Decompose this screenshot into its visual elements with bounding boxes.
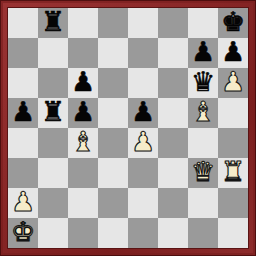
square-h7[interactable]: ♟ <box>218 38 248 68</box>
piece-white-pawn[interactable]: ♟ <box>11 188 35 217</box>
square-c4[interactable]: ♝ <box>68 128 98 158</box>
piece-white-bishop[interactable]: ♝ <box>191 98 215 127</box>
square-e6[interactable] <box>128 68 158 98</box>
piece-black-pawn[interactable]: ♟ <box>191 38 215 67</box>
piece-white-pawn[interactable]: ♟ <box>221 68 245 97</box>
square-g4[interactable] <box>188 128 218 158</box>
square-e7[interactable] <box>128 38 158 68</box>
square-f4[interactable] <box>158 128 188 158</box>
square-h3[interactable]: ♜ <box>218 158 248 188</box>
piece-white-king[interactable]: ♚ <box>11 218 35 247</box>
square-g3[interactable]: ♛ <box>188 158 218 188</box>
piece-black-pawn[interactable]: ♟ <box>221 38 245 67</box>
square-d1[interactable] <box>98 218 128 248</box>
square-a6[interactable] <box>8 68 38 98</box>
square-a8[interactable] <box>8 8 38 38</box>
piece-black-rook[interactable]: ♜ <box>41 98 65 127</box>
square-h8[interactable]: ♚ <box>218 8 248 38</box>
piece-black-king[interactable]: ♚ <box>221 8 245 37</box>
square-g5[interactable]: ♝ <box>188 98 218 128</box>
square-d7[interactable] <box>98 38 128 68</box>
square-g8[interactable] <box>188 8 218 38</box>
square-c6[interactable]: ♟ <box>68 68 98 98</box>
piece-black-pawn[interactable]: ♟ <box>131 98 155 127</box>
square-e2[interactable] <box>128 188 158 218</box>
square-c3[interactable] <box>68 158 98 188</box>
square-f5[interactable] <box>158 98 188 128</box>
square-h2[interactable] <box>218 188 248 218</box>
square-f6[interactable] <box>158 68 188 98</box>
square-b2[interactable] <box>38 188 68 218</box>
square-g7[interactable]: ♟ <box>188 38 218 68</box>
square-d6[interactable] <box>98 68 128 98</box>
piece-white-rook[interactable]: ♜ <box>221 158 245 187</box>
square-d5[interactable] <box>98 98 128 128</box>
square-b7[interactable] <box>38 38 68 68</box>
square-h6[interactable]: ♟ <box>218 68 248 98</box>
square-h4[interactable] <box>218 128 248 158</box>
square-f3[interactable] <box>158 158 188 188</box>
square-f7[interactable] <box>158 38 188 68</box>
square-b5[interactable]: ♜ <box>38 98 68 128</box>
square-a5[interactable]: ♟ <box>8 98 38 128</box>
square-g6[interactable]: ♛ <box>188 68 218 98</box>
square-h1[interactable] <box>218 218 248 248</box>
square-b8[interactable]: ♜ <box>38 8 68 38</box>
square-c7[interactable] <box>68 38 98 68</box>
square-a7[interactable] <box>8 38 38 68</box>
square-a2[interactable]: ♟ <box>8 188 38 218</box>
square-f2[interactable] <box>158 188 188 218</box>
square-g1[interactable] <box>188 218 218 248</box>
square-f1[interactable] <box>158 218 188 248</box>
square-e5[interactable]: ♟ <box>128 98 158 128</box>
square-e3[interactable] <box>128 158 158 188</box>
piece-black-pawn[interactable]: ♟ <box>11 98 35 127</box>
square-c1[interactable] <box>68 218 98 248</box>
square-a1[interactable]: ♚ <box>8 218 38 248</box>
board-frame: ♜♚♟♟♟♛♟♟♜♟♟♝♝♟♛♜♟♚ <box>0 0 256 256</box>
square-h5[interactable] <box>218 98 248 128</box>
square-d8[interactable] <box>98 8 128 38</box>
square-b4[interactable] <box>38 128 68 158</box>
square-b6[interactable] <box>38 68 68 98</box>
square-d3[interactable] <box>98 158 128 188</box>
square-d2[interactable] <box>98 188 128 218</box>
square-d4[interactable] <box>98 128 128 158</box>
square-g2[interactable] <box>188 188 218 218</box>
square-b3[interactable] <box>38 158 68 188</box>
chess-board: ♜♚♟♟♟♛♟♟♜♟♟♝♝♟♛♜♟♚ <box>8 8 248 248</box>
piece-black-queen[interactable]: ♛ <box>191 68 215 97</box>
square-a4[interactable] <box>8 128 38 158</box>
square-c2[interactable] <box>68 188 98 218</box>
square-e8[interactable] <box>128 8 158 38</box>
square-f8[interactable] <box>158 8 188 38</box>
piece-black-pawn[interactable]: ♟ <box>71 68 95 97</box>
square-c5[interactable]: ♟ <box>68 98 98 128</box>
square-e4[interactable]: ♟ <box>128 128 158 158</box>
square-b1[interactable] <box>38 218 68 248</box>
piece-white-bishop[interactable]: ♝ <box>71 128 95 157</box>
piece-white-queen[interactable]: ♛ <box>191 158 215 187</box>
piece-white-pawn[interactable]: ♟ <box>131 128 155 157</box>
square-c8[interactable] <box>68 8 98 38</box>
square-e1[interactable] <box>128 218 158 248</box>
square-a3[interactable] <box>8 158 38 188</box>
piece-black-rook[interactable]: ♜ <box>41 8 65 37</box>
piece-black-pawn[interactable]: ♟ <box>71 98 95 127</box>
